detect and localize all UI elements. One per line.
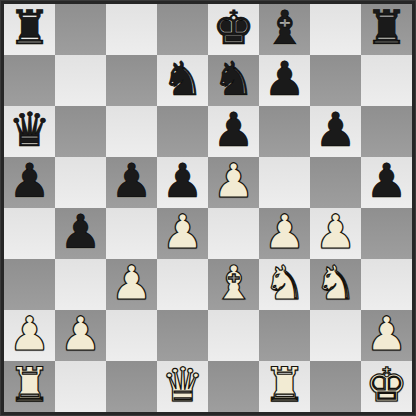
square-b2[interactable]: ♟ <box>55 310 106 361</box>
square-e2[interactable] <box>208 310 259 361</box>
square-d3[interactable] <box>157 259 208 310</box>
square-f8[interactable]: ♝ <box>259 4 310 55</box>
white-rook-f1[interactable]: ♜ <box>263 361 305 410</box>
square-d6[interactable] <box>157 106 208 157</box>
square-a4[interactable] <box>4 208 55 259</box>
square-c3[interactable]: ♟ <box>106 259 157 310</box>
square-f2[interactable] <box>259 310 310 361</box>
black-pawn-a5[interactable]: ♟ <box>8 157 50 206</box>
square-c1[interactable] <box>106 361 157 412</box>
white-bishop-e3[interactable]: ♝ <box>212 259 254 308</box>
square-a1[interactable]: ♜ <box>4 361 55 412</box>
square-d1[interactable]: ♛ <box>157 361 208 412</box>
square-d2[interactable] <box>157 310 208 361</box>
square-h7[interactable] <box>361 55 412 106</box>
square-h2[interactable]: ♟ <box>361 310 412 361</box>
white-pawn-g4[interactable]: ♟ <box>314 208 356 257</box>
square-a3[interactable] <box>4 259 55 310</box>
black-pawn-e6[interactable]: ♟ <box>212 106 254 155</box>
square-c6[interactable] <box>106 106 157 157</box>
white-pawn-a2[interactable]: ♟ <box>8 310 50 359</box>
square-b7[interactable] <box>55 55 106 106</box>
square-d7[interactable]: ♞ <box>157 55 208 106</box>
square-g8[interactable] <box>310 4 361 55</box>
square-e8[interactable]: ♚ <box>208 4 259 55</box>
white-pawn-c3[interactable]: ♟ <box>110 259 152 308</box>
square-g7[interactable] <box>310 55 361 106</box>
square-g2[interactable] <box>310 310 361 361</box>
square-e7[interactable]: ♞ <box>208 55 259 106</box>
white-knight-f3[interactable]: ♞ <box>263 259 305 308</box>
square-g6[interactable]: ♟ <box>310 106 361 157</box>
square-d8[interactable] <box>157 4 208 55</box>
white-knight-g3[interactable]: ♞ <box>314 259 356 308</box>
square-g3[interactable]: ♞ <box>310 259 361 310</box>
square-e6[interactable]: ♟ <box>208 106 259 157</box>
white-pawn-h2[interactable]: ♟ <box>365 310 407 359</box>
square-f1[interactable]: ♜ <box>259 361 310 412</box>
square-b6[interactable] <box>55 106 106 157</box>
square-d4[interactable]: ♟ <box>157 208 208 259</box>
square-h4[interactable] <box>361 208 412 259</box>
square-e1[interactable] <box>208 361 259 412</box>
square-c8[interactable] <box>106 4 157 55</box>
chess-board: ♜♚♝♜♞♞♟♛♟♟♟♟♟♟♟♟♟♟♟♟♝♞♞♟♟♟♜♛♜♚ <box>4 4 412 412</box>
square-c2[interactable] <box>106 310 157 361</box>
square-h8[interactable]: ♜ <box>361 4 412 55</box>
square-a7[interactable] <box>4 55 55 106</box>
square-b1[interactable] <box>55 361 106 412</box>
black-pawn-c5[interactable]: ♟ <box>110 157 152 206</box>
white-pawn-d4[interactable]: ♟ <box>161 208 203 257</box>
black-pawn-h5[interactable]: ♟ <box>365 157 407 206</box>
square-c5[interactable]: ♟ <box>106 157 157 208</box>
square-g5[interactable] <box>310 157 361 208</box>
white-pawn-f4[interactable]: ♟ <box>263 208 305 257</box>
black-knight-e7[interactable]: ♞ <box>212 55 254 104</box>
square-e4[interactable] <box>208 208 259 259</box>
square-b5[interactable] <box>55 157 106 208</box>
black-bishop-f8[interactable]: ♝ <box>263 4 305 53</box>
square-c7[interactable] <box>106 55 157 106</box>
black-pawn-b4[interactable]: ♟ <box>59 208 101 257</box>
square-g4[interactable]: ♟ <box>310 208 361 259</box>
board-frame: ♜♚♝♜♞♞♟♛♟♟♟♟♟♟♟♟♟♟♟♟♝♞♞♟♟♟♜♛♜♚ <box>0 0 416 416</box>
square-h5[interactable]: ♟ <box>361 157 412 208</box>
square-f4[interactable]: ♟ <box>259 208 310 259</box>
square-a6[interactable]: ♛ <box>4 106 55 157</box>
square-b4[interactable]: ♟ <box>55 208 106 259</box>
square-a2[interactable]: ♟ <box>4 310 55 361</box>
white-king-h1[interactable]: ♚ <box>365 361 407 410</box>
white-rook-a1[interactable]: ♜ <box>8 361 50 410</box>
white-queen-d1[interactable]: ♛ <box>161 361 203 410</box>
square-b8[interactable] <box>55 4 106 55</box>
black-knight-d7[interactable]: ♞ <box>161 55 203 104</box>
square-b3[interactable] <box>55 259 106 310</box>
black-queen-a6[interactable]: ♛ <box>8 106 50 155</box>
square-a8[interactable]: ♜ <box>4 4 55 55</box>
black-pawn-f7[interactable]: ♟ <box>263 55 305 104</box>
black-king-e8[interactable]: ♚ <box>212 4 254 53</box>
black-pawn-g6[interactable]: ♟ <box>314 106 356 155</box>
white-pawn-b2[interactable]: ♟ <box>59 310 101 359</box>
square-g1[interactable] <box>310 361 361 412</box>
square-e5[interactable]: ♟ <box>208 157 259 208</box>
square-c4[interactable] <box>106 208 157 259</box>
black-rook-h8[interactable]: ♜ <box>365 4 407 53</box>
square-f6[interactable] <box>259 106 310 157</box>
square-d5[interactable]: ♟ <box>157 157 208 208</box>
white-pawn-e5[interactable]: ♟ <box>212 157 254 206</box>
square-a5[interactable]: ♟ <box>4 157 55 208</box>
square-e3[interactable]: ♝ <box>208 259 259 310</box>
square-h1[interactable]: ♚ <box>361 361 412 412</box>
square-f7[interactable]: ♟ <box>259 55 310 106</box>
square-h3[interactable] <box>361 259 412 310</box>
square-h6[interactable] <box>361 106 412 157</box>
square-f3[interactable]: ♞ <box>259 259 310 310</box>
black-rook-a8[interactable]: ♜ <box>8 4 50 53</box>
black-pawn-d5[interactable]: ♟ <box>161 157 203 206</box>
square-f5[interactable] <box>259 157 310 208</box>
